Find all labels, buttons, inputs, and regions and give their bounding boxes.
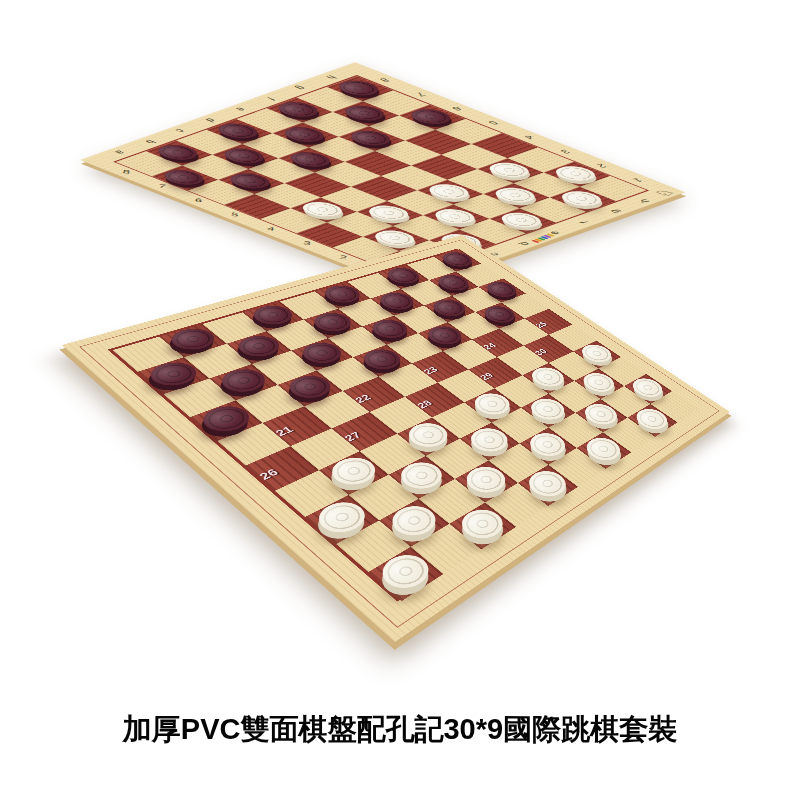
- product-caption: 加厚PVC雙面棋盤配孔記30*9國際跳棋套裝: [0, 710, 800, 750]
- rank-label-left: 8: [112, 162, 140, 182]
- rainbow-brand-logo-icon: [531, 233, 555, 243]
- board-grid-8x8: [116, 76, 646, 276]
- product-photo: aabbccddeeffgghh8877665544332211 ♘ 12345…: [0, 0, 800, 800]
- file-label-bottom: f: [564, 213, 604, 232]
- file-label-bottom: g: [594, 202, 634, 221]
- rank-label-left: 6: [184, 190, 212, 210]
- board-grid-10x10: 1234567891011121314151617181920212223242…: [113, 249, 699, 601]
- rank-label-left: 3: [293, 233, 321, 253]
- rank-label-left: 4: [257, 219, 285, 239]
- rank-label-left: 5: [221, 205, 249, 225]
- international-draughts-board-10x10: 1234567891011121314151617181920212223242…: [62, 235, 730, 642]
